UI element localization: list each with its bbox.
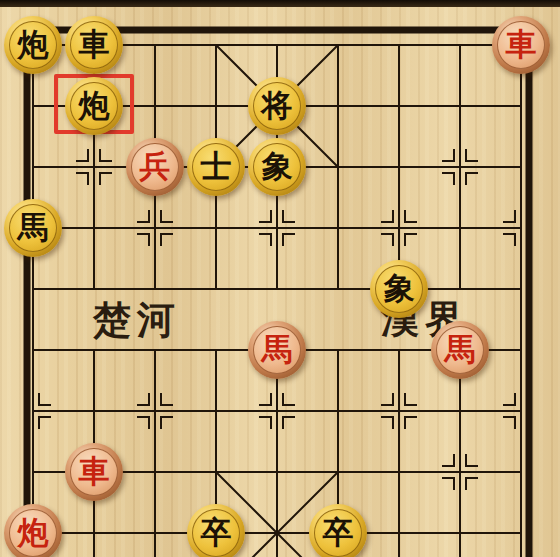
piece-face-black-general: 将 <box>253 82 301 130</box>
piece-glyph-black-advisor: 士 <box>201 151 232 182</box>
piece-black-elephant-1[interactable]: 象 <box>248 138 306 196</box>
piece-black-chariot[interactable]: 車 <box>65 16 123 74</box>
screenshot-top-edge <box>0 0 560 7</box>
piece-red-horse-1[interactable]: 馬 <box>248 321 306 379</box>
piece-glyph-black-soldier-1: 卒 <box>201 517 232 548</box>
piece-face-red-horse-1: 馬 <box>253 326 301 374</box>
piece-glyph-black-elephant-2: 象 <box>384 273 415 304</box>
piece-black-soldier-2[interactable]: 卒 <box>309 504 367 557</box>
piece-red-soldier[interactable]: 兵 <box>126 138 184 196</box>
piece-glyph-black-general: 将 <box>262 90 293 121</box>
piece-face-black-elephant-1: 象 <box>253 143 301 191</box>
piece-face-red-chariot-1: 車 <box>497 21 545 69</box>
piece-glyph-red-cannon: 炮 <box>18 517 49 548</box>
piece-face-black-cannon-1: 炮 <box>9 21 57 69</box>
piece-glyph-red-chariot-2: 車 <box>79 456 110 487</box>
piece-face-red-soldier: 兵 <box>131 143 179 191</box>
piece-black-general[interactable]: 将 <box>248 77 306 135</box>
piece-face-red-horse-2: 馬 <box>436 326 484 374</box>
piece-glyph-black-elephant-1: 象 <box>262 151 293 182</box>
piece-black-elephant-2[interactable]: 象 <box>370 260 428 318</box>
piece-grid: 炮車炮将士象馬象卒卒車兵馬馬車炮 <box>3 15 552 557</box>
piece-glyph-black-soldier-2: 卒 <box>323 517 354 548</box>
piece-black-advisor[interactable]: 士 <box>187 138 245 196</box>
piece-red-horse-2[interactable]: 馬 <box>431 321 489 379</box>
xiangqi-board: 楚河 漢界 炮車炮将士象馬象卒卒車兵馬馬車炮 <box>0 0 560 557</box>
piece-black-cannon-2[interactable]: 炮 <box>65 77 123 135</box>
piece-glyph-red-soldier: 兵 <box>140 151 171 182</box>
piece-glyph-black-horse: 馬 <box>18 212 49 243</box>
piece-face-black-advisor: 士 <box>192 143 240 191</box>
piece-black-soldier-1[interactable]: 卒 <box>187 504 245 557</box>
piece-face-red-chariot-2: 車 <box>70 448 118 496</box>
piece-face-black-chariot: 車 <box>70 21 118 69</box>
piece-face-black-soldier-1: 卒 <box>192 509 240 557</box>
piece-glyph-red-chariot-1: 車 <box>506 29 537 60</box>
piece-face-black-soldier-2: 卒 <box>314 509 362 557</box>
piece-glyph-black-cannon-2: 炮 <box>79 90 110 121</box>
piece-face-black-horse: 馬 <box>9 204 57 252</box>
piece-black-cannon-1[interactable]: 炮 <box>4 16 62 74</box>
piece-face-black-cannon-2: 炮 <box>70 82 118 130</box>
piece-glyph-black-chariot: 車 <box>79 29 110 60</box>
piece-glyph-red-horse-2: 馬 <box>445 334 476 365</box>
piece-glyph-red-horse-1: 馬 <box>262 334 293 365</box>
piece-glyph-black-cannon-1: 炮 <box>18 29 49 60</box>
piece-face-red-cannon: 炮 <box>9 509 57 557</box>
piece-black-horse[interactable]: 馬 <box>4 199 62 257</box>
piece-red-chariot-2[interactable]: 車 <box>65 443 123 501</box>
piece-red-cannon[interactable]: 炮 <box>4 504 62 557</box>
piece-face-black-elephant-2: 象 <box>375 265 423 313</box>
piece-red-chariot-1[interactable]: 車 <box>492 16 550 74</box>
